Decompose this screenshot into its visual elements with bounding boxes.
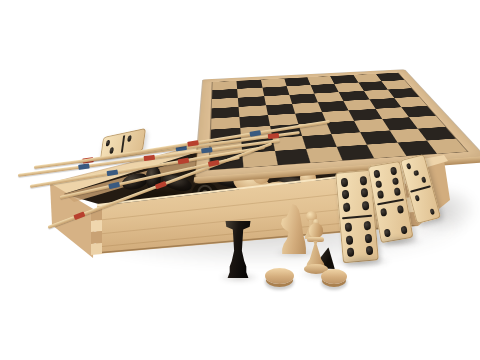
domino-pip [346, 235, 353, 245]
domino-pip [377, 190, 384, 198]
domino-pip [397, 205, 404, 213]
domino-shadow [332, 255, 392, 268]
domino-pip [394, 187, 401, 195]
pip-gap [350, 187, 360, 200]
domino-pip [390, 167, 397, 175]
domino-pip [374, 170, 381, 178]
domino-pip [362, 201, 369, 211]
checker-disc [265, 268, 294, 284]
pip-gap [426, 199, 434, 209]
domino-pip [375, 180, 382, 188]
domino-pip [359, 176, 366, 186]
pip-gap [384, 187, 394, 199]
product-photo-game-box [0, 0, 480, 360]
domino-pip [361, 188, 368, 198]
bishop-mitre [309, 223, 323, 238]
domino-pip [400, 226, 407, 234]
pip-gap [354, 233, 364, 246]
pip-gap [349, 175, 359, 188]
pip-gap [353, 220, 363, 233]
domino-pip [342, 190, 349, 200]
pip-gap [418, 167, 426, 177]
domino-pip [341, 177, 348, 187]
finger-joint [91, 220, 102, 232]
checker-disc [321, 269, 347, 284]
domino-pip [430, 208, 435, 215]
domino-pip [380, 208, 387, 216]
pip-gap [351, 200, 361, 213]
domino-pip [421, 176, 426, 183]
domino-pip [363, 221, 370, 231]
finger-joint [91, 231, 102, 244]
wood-bishop [303, 219, 328, 274]
domino-pip [365, 234, 372, 244]
pip-gap [397, 214, 407, 226]
domino-pip [345, 223, 352, 233]
finger-joint [91, 243, 102, 255]
domino-shadow [372, 236, 424, 247]
domino-pip [392, 177, 399, 185]
domino-pip [343, 202, 350, 212]
